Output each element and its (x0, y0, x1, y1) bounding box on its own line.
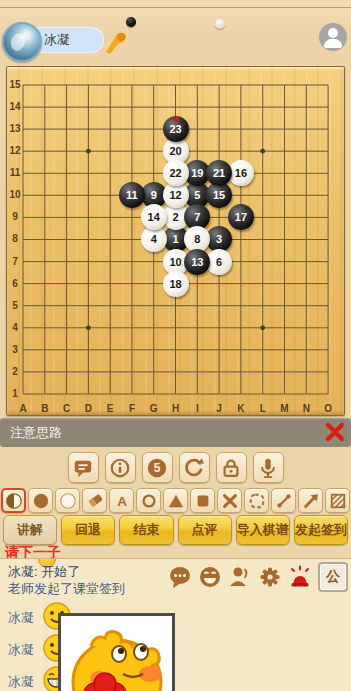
row-label: 5 (8, 300, 22, 312)
line-icon (275, 492, 293, 510)
alarm-button[interactable] (288, 565, 312, 589)
hatch-square-icon (329, 492, 347, 510)
column-label: L (256, 403, 270, 415)
emoji-button[interactable] (198, 565, 222, 589)
column-label: K (234, 403, 248, 415)
stone-23: 23 (163, 116, 189, 142)
marquee-icon (248, 492, 266, 510)
stone-12: 12 (163, 182, 189, 208)
column-label: M (277, 403, 291, 415)
sticker-sender-3: 冰凝 (8, 673, 34, 691)
chat-text: 开始了 (41, 564, 80, 579)
user-avatar[interactable] (2, 22, 42, 62)
last-move-marker (173, 116, 179, 122)
comment-button[interactable]: 点评 (178, 515, 232, 545)
notice-bar: 注意思路 (0, 418, 351, 447)
tool-contrast-stone[interactable] (1, 488, 26, 513)
square-icon (194, 492, 212, 510)
tool-line[interactable] (271, 488, 296, 513)
row-label: 10 (8, 189, 22, 201)
row-label: 7 (8, 256, 22, 268)
chat-area[interactable]: 冰凝: 开始了 老师发起了课堂签到 (0, 558, 351, 691)
stone-22: 22 (163, 160, 189, 186)
svg-text:A: A (117, 493, 127, 508)
settings-button[interactable] (258, 565, 282, 589)
triangle-icon (167, 492, 185, 510)
tool-arrow[interactable] (298, 488, 323, 513)
top-bar: 冰凝 (0, 0, 351, 62)
chat-message-1: 冰凝: 开始了 (8, 563, 80, 581)
sticker-sender-2: 冰凝 (8, 641, 34, 659)
tool-text-label[interactable]: A (109, 488, 134, 513)
row-label: 9 (8, 211, 22, 223)
column-label: I (190, 403, 204, 415)
explain-button[interactable]: 讲解 (3, 515, 57, 545)
row-label: 13 (8, 123, 22, 135)
close-icon[interactable] (325, 422, 345, 442)
info-button[interactable] (105, 452, 136, 483)
undo-button[interactable]: 回退 (61, 515, 115, 545)
info-icon (109, 457, 131, 479)
chat-toolbar: 公 (168, 562, 348, 592)
column-label: C (60, 403, 74, 415)
tool-white-stone[interactable] (55, 488, 80, 513)
column-label: B (38, 403, 52, 415)
start-signin-button[interactable]: 发起签到 (294, 515, 348, 545)
tool-x-mark[interactable] (217, 488, 242, 513)
top-divider (0, 7, 351, 8)
microphone-button[interactable] (253, 452, 284, 483)
end-button[interactable]: 结束 (119, 515, 173, 545)
row-label: 2 (8, 366, 22, 378)
gomoku-board[interactable]: 151413121110987654321ABCDEFGHIJKLMNO1234… (6, 66, 345, 416)
profile-icon[interactable] (319, 23, 347, 51)
tool-select-area[interactable] (244, 488, 269, 513)
qoobee-clover-sticker (61, 616, 172, 691)
column-label: G (147, 403, 161, 415)
profile-head (328, 28, 338, 38)
app-screen: 冰凝 151413121110987654321ABCDEFGHIJKLMNO1… (0, 0, 351, 691)
profile-body (324, 39, 342, 48)
tool-eraser[interactable] (82, 488, 107, 513)
circle-outline-icon (140, 492, 158, 510)
column-label: J (212, 403, 226, 415)
chat-button[interactable] (68, 452, 99, 483)
chat-sender: 冰凝: (8, 564, 38, 579)
tool-triangle-mark[interactable] (163, 488, 188, 513)
column-label: F (125, 403, 139, 415)
megaphone-icon[interactable] (103, 29, 127, 55)
column-label: E (103, 403, 117, 415)
lock-icon (220, 457, 242, 479)
svg-text:5: 5 (154, 461, 161, 475)
column-label: D (81, 403, 95, 415)
message-bubble-button[interactable] (168, 565, 192, 589)
letter-a-icon: A (113, 492, 131, 510)
tool-hatch-fill[interactable] (325, 488, 350, 513)
row-label: 4 (8, 322, 22, 334)
column-label: A (16, 403, 30, 415)
public-chat-button[interactable]: 公 (318, 562, 348, 592)
action-bar: 讲解 回退 结束 点评 导入棋谱 发起签到 (3, 515, 348, 545)
drawing-toolbar: A (1, 488, 350, 513)
column-label: O (321, 403, 335, 415)
row-label: 1 (8, 388, 22, 400)
eraser-icon (86, 492, 104, 510)
laughing-face-icon (198, 565, 222, 589)
half-stone-icon (5, 492, 23, 510)
refresh-button[interactable] (179, 452, 210, 483)
siren-icon (288, 565, 312, 589)
white-circle-icon (59, 492, 77, 510)
row-label: 15 (8, 79, 22, 91)
filled-circle-icon (32, 492, 50, 510)
row-label: 12 (8, 145, 22, 157)
stone-18: 18 (163, 271, 189, 297)
sticker-sender-1: 冰凝 (8, 609, 34, 627)
chat-message-2: 老师发起了课堂签到 (8, 580, 125, 598)
count-five-button[interactable]: 5 (142, 452, 173, 483)
import-record-button[interactable]: 导入棋谱 (236, 515, 290, 545)
row-label: 14 (8, 101, 22, 113)
enlarged-sticker[interactable] (58, 613, 175, 691)
stone-13: 13 (184, 249, 210, 275)
column-label: N (299, 403, 313, 415)
tool-circle-mark[interactable] (136, 488, 161, 513)
participants-button[interactable] (228, 565, 252, 589)
five-badge-icon: 5 (146, 457, 168, 479)
tool-square-mark[interactable] (190, 488, 215, 513)
arrow-icon (302, 492, 320, 510)
x-mark-icon (221, 492, 239, 510)
row-label: 3 (8, 344, 22, 356)
tool-black-stone[interactable] (28, 488, 53, 513)
column-label: H (169, 403, 183, 415)
row-label: 8 (8, 233, 22, 245)
row-label: 6 (8, 278, 22, 290)
microphone-icon (257, 457, 279, 479)
gear-icon (258, 565, 282, 589)
stone-14: 14 (141, 204, 167, 230)
row-label: 11 (8, 167, 22, 179)
person-icon (228, 565, 252, 589)
black-player-stone-indicator (126, 17, 136, 27)
user-name: 冰凝 (44, 31, 70, 49)
notice-text: 注意思路 (10, 424, 62, 442)
refresh-icon (183, 457, 205, 479)
chat-bubble-icon (72, 457, 94, 479)
bubble-dots-icon (168, 565, 192, 589)
white-player-stone-indicator (215, 19, 225, 29)
lock-button[interactable] (216, 452, 247, 483)
main-toolbar: 5 (0, 452, 351, 483)
